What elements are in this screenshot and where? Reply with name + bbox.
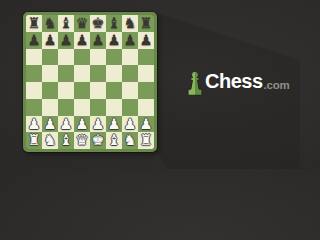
piece-white-knight: ♞ <box>124 132 137 149</box>
square-c8: ♝ <box>58 15 74 32</box>
square-e2: ♟ <box>90 116 106 133</box>
piece-black-queen: ♛ <box>76 15 89 32</box>
square-a5 <box>26 65 42 82</box>
piece-white-pawn: ♟ <box>124 115 137 132</box>
logo-brand-text: Chess <box>205 71 263 92</box>
square-f5 <box>106 65 122 82</box>
piece-black-king: ♚ <box>92 15 105 32</box>
square-d6 <box>74 49 90 66</box>
square-g6 <box>122 49 138 66</box>
square-a8: ♜ <box>26 15 42 32</box>
piece-black-rook: ♜ <box>28 15 41 32</box>
square-c1: ♝ <box>58 132 74 149</box>
piece-black-pawn: ♟ <box>108 31 121 48</box>
square-g1: ♞ <box>122 132 138 149</box>
square-c7: ♟ <box>58 32 74 49</box>
promo-banner: { "game": "chess", "position": { "fen": … <box>0 0 300 169</box>
piece-black-pawn: ♟ <box>60 31 73 48</box>
square-c3 <box>58 99 74 116</box>
square-d7: ♟ <box>74 32 90 49</box>
square-h8: ♜ <box>138 15 154 32</box>
piece-black-pawn: ♟ <box>44 31 57 48</box>
piece-white-pawn: ♟ <box>108 115 121 132</box>
piece-black-pawn: ♟ <box>76 31 89 48</box>
square-h2: ♟ <box>138 116 154 133</box>
square-h1: ♜ <box>138 132 154 149</box>
piece-black-knight: ♞ <box>44 15 57 32</box>
square-a3 <box>26 99 42 116</box>
piece-white-rook: ♜ <box>28 132 41 149</box>
square-g4 <box>122 82 138 99</box>
square-f7: ♟ <box>106 32 122 49</box>
pawn-shape <box>188 71 202 95</box>
square-e5 <box>90 65 106 82</box>
square-b3 <box>42 99 58 116</box>
square-g8: ♞ <box>122 15 138 32</box>
piece-white-king: ♚ <box>92 132 105 149</box>
square-f1: ♝ <box>106 132 122 149</box>
square-e7: ♟ <box>90 32 106 49</box>
piece-black-knight: ♞ <box>124 15 137 32</box>
piece-white-pawn: ♟ <box>44 115 57 132</box>
square-e1: ♚ <box>90 132 106 149</box>
square-h3 <box>138 99 154 116</box>
square-h7: ♟ <box>138 32 154 49</box>
square-a6 <box>26 49 42 66</box>
piece-white-pawn: ♟ <box>60 115 73 132</box>
square-b1: ♞ <box>42 132 58 149</box>
piece-white-pawn: ♟ <box>92 115 105 132</box>
square-f4 <box>106 82 122 99</box>
square-a2: ♟ <box>26 116 42 133</box>
square-b4 <box>42 82 58 99</box>
piece-white-rook: ♜ <box>140 132 153 149</box>
square-h5 <box>138 65 154 82</box>
piece-black-pawn: ♟ <box>124 31 137 48</box>
square-b5 <box>42 65 58 82</box>
square-b7: ♟ <box>42 32 58 49</box>
square-g3 <box>122 99 138 116</box>
piece-black-bishop: ♝ <box>108 15 121 32</box>
square-a4 <box>26 82 42 99</box>
square-c6 <box>58 49 74 66</box>
square-e4 <box>90 82 106 99</box>
square-f6 <box>106 49 122 66</box>
piece-black-rook: ♜ <box>140 15 153 32</box>
piece-white-pawn: ♟ <box>76 115 89 132</box>
logo-tld-text: .com <box>264 78 290 92</box>
square-e6 <box>90 49 106 66</box>
piece-black-bishop: ♝ <box>60 15 73 32</box>
square-g2: ♟ <box>122 116 138 133</box>
square-c2: ♟ <box>58 116 74 133</box>
square-f8: ♝ <box>106 15 122 32</box>
square-d4 <box>74 82 90 99</box>
piece-white-bishop: ♝ <box>108 132 121 149</box>
square-b8: ♞ <box>42 15 58 32</box>
piece-black-pawn: ♟ <box>140 31 153 48</box>
square-c4 <box>58 82 74 99</box>
square-h4 <box>138 82 154 99</box>
square-g7: ♟ <box>122 32 138 49</box>
piece-black-pawn: ♟ <box>28 31 41 48</box>
square-d1: ♛ <box>74 132 90 149</box>
square-d2: ♟ <box>74 116 90 133</box>
square-f3 <box>106 99 122 116</box>
chess-board: ♜♞♝♛♚♝♞♜♟♟♟♟♟♟♟♟♟♟♟♟♟♟♟♟♜♞♝♛♚♝♞♜ <box>23 12 157 152</box>
square-a7: ♟ <box>26 32 42 49</box>
pawn-icon <box>187 70 203 97</box>
square-e3 <box>90 99 106 116</box>
square-d3 <box>74 99 90 116</box>
square-f2: ♟ <box>106 116 122 133</box>
piece-white-knight: ♞ <box>44 132 57 149</box>
square-a1: ♜ <box>26 132 42 149</box>
square-b2: ♟ <box>42 116 58 133</box>
square-g5 <box>122 65 138 82</box>
piece-white-pawn: ♟ <box>140 115 153 132</box>
square-c5 <box>58 65 74 82</box>
piece-white-bishop: ♝ <box>60 132 73 149</box>
chesscom-logo[interactable]: Chess .com <box>187 71 290 92</box>
piece-white-queen: ♛ <box>76 132 89 149</box>
piece-white-pawn: ♟ <box>28 115 41 132</box>
piece-black-pawn: ♟ <box>92 31 105 48</box>
square-d8: ♛ <box>74 15 90 32</box>
square-h6 <box>138 49 154 66</box>
square-e8: ♚ <box>90 15 106 32</box>
square-d5 <box>74 65 90 82</box>
square-b6 <box>42 49 58 66</box>
